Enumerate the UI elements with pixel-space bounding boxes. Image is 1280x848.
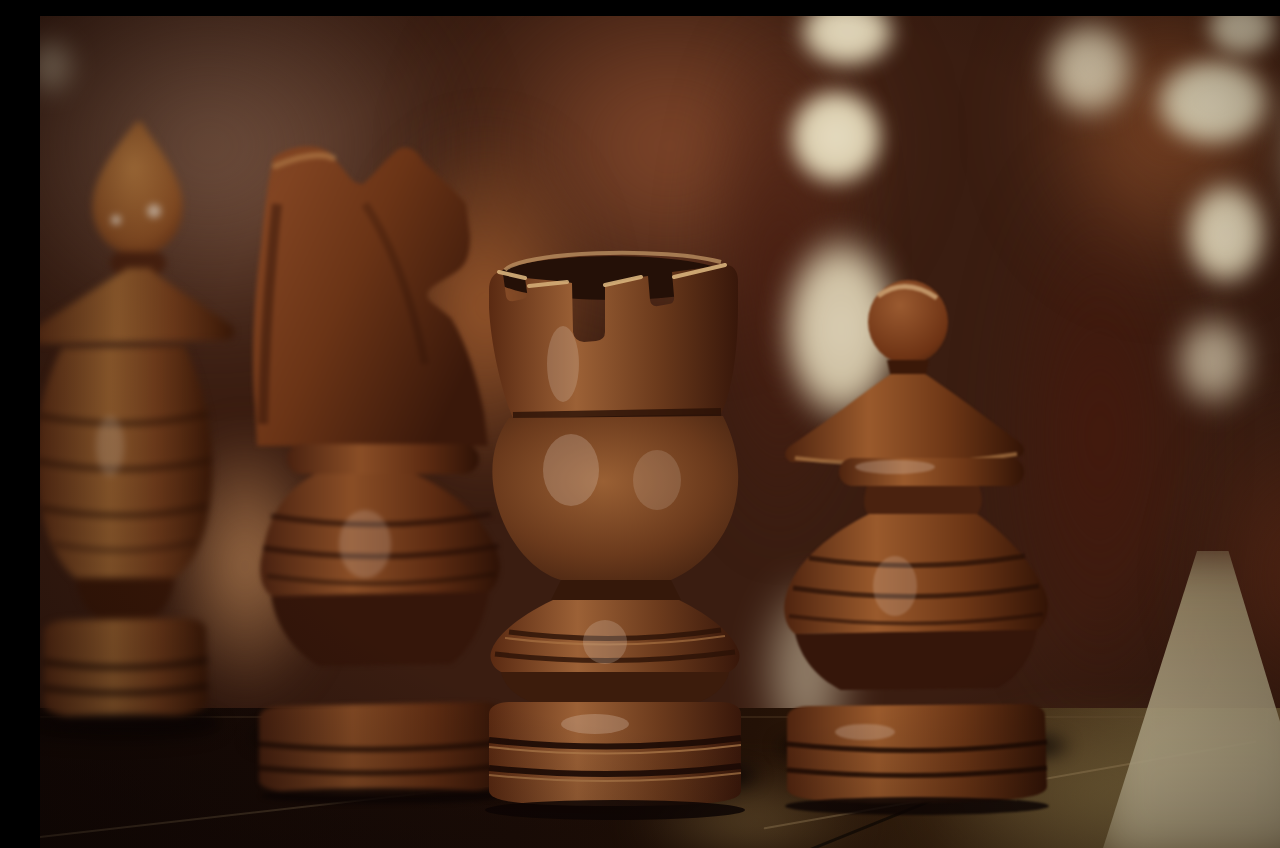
vignette-overlay [40, 16, 1280, 848]
chess-photo-scene: Macro photograph of a dark hand-turned w… [40, 16, 1280, 848]
